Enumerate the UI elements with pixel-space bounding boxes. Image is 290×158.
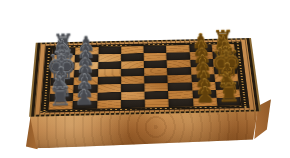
board-grid: ♜♟♟♜♞♟♟♞♝♟♟♝♛♟♟♛♚♟♟♚♝♟♟♝♞♟♟♞♜♟♟♜	[49, 44, 242, 110]
square-g6[interactable]	[168, 90, 192, 99]
square-h1[interactable]: ♜	[49, 101, 73, 110]
white-rook[interactable]: ♜	[48, 83, 72, 109]
square-h7[interactable]: ♟	[193, 98, 218, 107]
black-pawn[interactable]: ♟	[195, 84, 215, 106]
board-rim-molding: ♜♟♟♜♞♟♟♞♝♟♟♝♛♟♟♛♚♟♟♚♝♟♟♝♞♟♟♞♜♟♟♜	[29, 38, 261, 117]
square-h4[interactable]	[121, 99, 145, 108]
square-e4[interactable]	[121, 76, 145, 84]
square-h3[interactable]	[97, 100, 121, 109]
board-black-border: ♜♟♟♜♞♟♟♞♝♟♟♝♛♟♟♛♚♟♟♚♝♟♟♝♞♟♟♞♜♟♟♜	[40, 41, 249, 112]
perspective-tilt: ♜♟♟♜♞♟♟♞♝♟♟♝♛♟♟♛♚♟♟♚♝♟♟♝♞♟♟♞♜♟♟♜	[0, 0, 290, 158]
square-h8[interactable]: ♜	[216, 97, 241, 106]
chess-board: ♜♟♟♜♞♟♟♞♝♟♟♝♛♟♟♛♚♟♟♚♝♟♟♝♞♟♟♞♜♟♟♜	[29, 38, 261, 117]
square-h2[interactable]: ♟	[73, 101, 97, 110]
black-rook[interactable]: ♜	[217, 79, 241, 105]
square-h6[interactable]	[169, 98, 193, 107]
square-h5[interactable]	[145, 99, 169, 108]
white-pawn[interactable]: ♟	[74, 87, 94, 109]
chess-set-photo: ♜♟♟♜♞♟♟♞♝♟♟♝♛♟♟♛♚♟♟♚♝♟♟♝♞♟♟♞♜♟♟♜	[0, 0, 290, 158]
board-ornament-band: ♜♟♟♜♞♟♟♞♝♟♟♝♛♟♟♛♚♟♟♚♝♟♟♝♞♟♟♞♜♟♟♜	[34, 40, 256, 115]
